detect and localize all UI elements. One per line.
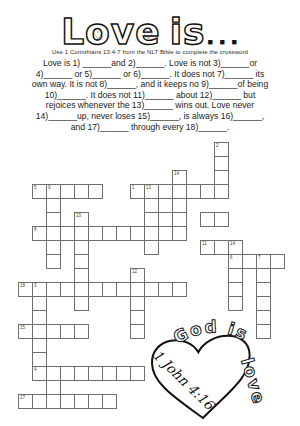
grid-cell[interactable] bbox=[172, 198, 187, 213]
grid-cell[interactable] bbox=[88, 366, 103, 381]
grid-cell[interactable]: 4 bbox=[32, 366, 47, 381]
grid-cell[interactable] bbox=[88, 394, 103, 409]
instruction-text: Use 1 Corinthians 13:4-7 from the NLT Bi… bbox=[0, 49, 300, 55]
grid-cell[interactable] bbox=[214, 170, 229, 185]
grid-cell[interactable] bbox=[74, 296, 89, 311]
grid-cell[interactable] bbox=[102, 226, 117, 241]
clue-number: 14 bbox=[174, 171, 179, 176]
grid-cell[interactable] bbox=[32, 394, 47, 409]
grid-cell[interactable] bbox=[130, 296, 145, 311]
clue-number: 4 bbox=[34, 367, 37, 372]
grid-cell[interactable] bbox=[60, 324, 75, 339]
grid-cell[interactable]: 11 bbox=[200, 240, 215, 255]
grid-cell[interactable] bbox=[102, 282, 117, 297]
grid-cell[interactable] bbox=[144, 212, 159, 227]
page-title: L o♡ v e♡ is ■ ■ ■ bbox=[0, 4, 300, 50]
grid-cell[interactable] bbox=[88, 226, 103, 241]
grid-cell[interactable] bbox=[144, 226, 159, 241]
love-side-text: love bbox=[237, 356, 269, 408]
grid-cell[interactable] bbox=[102, 394, 117, 409]
grid-cell[interactable] bbox=[32, 324, 47, 339]
grid-cell[interactable] bbox=[228, 268, 243, 283]
grid-cell[interactable] bbox=[116, 226, 131, 241]
clue-number: 6 bbox=[230, 255, 233, 260]
grid-cell[interactable] bbox=[46, 254, 61, 269]
grid-cell[interactable] bbox=[214, 184, 229, 199]
grid-cell[interactable]: 14 bbox=[228, 240, 243, 255]
grid-cell[interactable] bbox=[46, 394, 61, 409]
clue-number: 17 bbox=[20, 395, 25, 400]
grid-cell[interactable] bbox=[32, 352, 47, 367]
grid-cell[interactable] bbox=[116, 366, 131, 381]
grid-cell[interactable] bbox=[144, 198, 159, 213]
grid-cell[interactable] bbox=[214, 212, 229, 227]
grid-cell[interactable] bbox=[256, 282, 271, 297]
grid-cell[interactable] bbox=[46, 324, 61, 339]
verse-line: 14)______up, never loses 15)______, is a… bbox=[4, 111, 296, 122]
grid-cell[interactable]: 1 bbox=[130, 184, 145, 199]
grid-cell[interactable] bbox=[88, 282, 103, 297]
clue-number: 11 bbox=[202, 241, 207, 246]
grid-cell[interactable] bbox=[46, 240, 61, 255]
title-letter-L: L bbox=[61, 14, 85, 50]
grid-cell[interactable] bbox=[130, 282, 145, 297]
grid-cell[interactable] bbox=[158, 226, 173, 241]
grid-cell[interactable] bbox=[214, 156, 229, 171]
grid-cell[interactable] bbox=[74, 254, 89, 269]
heart-in-e-icon: ♡ bbox=[143, 29, 154, 41]
heart-graphic: God is love 1 John 4:16 bbox=[138, 316, 300, 426]
grid-cell[interactable] bbox=[74, 226, 89, 241]
grid-cell[interactable]: 13 bbox=[144, 184, 159, 199]
grid-cell[interactable]: 18 bbox=[18, 282, 33, 297]
clue-number: 2 bbox=[216, 143, 219, 148]
grid-cell[interactable] bbox=[74, 282, 89, 297]
grid-cell[interactable] bbox=[200, 212, 215, 227]
title-letter-v: v bbox=[111, 14, 135, 50]
grid-cell[interactable]: 10 bbox=[74, 212, 89, 227]
grid-cell[interactable] bbox=[74, 240, 89, 255]
grid-cell[interactable] bbox=[256, 296, 271, 311]
clue-number: 1 bbox=[132, 185, 135, 190]
grid-cell[interactable] bbox=[32, 310, 47, 325]
grid-cell[interactable]: 12 bbox=[130, 268, 145, 283]
verse-line: Love is 1) ______and 2)______. Love is n… bbox=[4, 58, 296, 69]
grid-cell[interactable]: 2 bbox=[214, 142, 229, 157]
verse-line: and 17)______ through every 18)______. bbox=[4, 122, 296, 133]
grid-cell[interactable] bbox=[242, 254, 257, 269]
grid-cell[interactable] bbox=[158, 184, 173, 199]
grid-cell[interactable] bbox=[102, 366, 117, 381]
grid-cell[interactable] bbox=[60, 226, 75, 241]
grid-cell[interactable] bbox=[158, 282, 173, 297]
heart-in-o-icon: ♡ bbox=[93, 29, 104, 41]
grid-cell[interactable] bbox=[74, 184, 89, 199]
verse-text: Love is 1) ______and 2)______. Love is n… bbox=[4, 58, 296, 132]
clue-number: 5 bbox=[34, 185, 37, 190]
verse-line: rejoices whenever the 13)______ wins out… bbox=[4, 100, 296, 111]
grid-cell[interactable] bbox=[32, 338, 47, 353]
clue-number: 8 bbox=[34, 227, 37, 232]
grid-cell[interactable] bbox=[74, 394, 89, 409]
grid-cell[interactable]: 8 bbox=[32, 226, 47, 241]
grid-cell[interactable] bbox=[256, 268, 271, 283]
grid-cell[interactable] bbox=[74, 366, 89, 381]
grid-cell[interactable] bbox=[130, 226, 145, 241]
title-letter-e: e♡ bbox=[135, 14, 160, 50]
grid-cell[interactable] bbox=[60, 184, 75, 199]
clue-number: 3 bbox=[34, 283, 37, 288]
grid-cell[interactable]: 3 bbox=[32, 282, 47, 297]
grid-cell[interactable] bbox=[172, 212, 187, 227]
grid-cell[interactable]: 6 bbox=[228, 254, 243, 269]
grid-cell[interactable] bbox=[200, 184, 215, 199]
grid-cell[interactable] bbox=[144, 240, 159, 255]
grid-cell[interactable]: 5 bbox=[32, 184, 47, 199]
clue-number: 18 bbox=[20, 283, 25, 288]
grid-cell[interactable]: 14 bbox=[172, 170, 187, 185]
grid-cell[interactable] bbox=[60, 394, 75, 409]
grid-cell[interactable] bbox=[88, 184, 103, 199]
grid-cell[interactable] bbox=[158, 212, 173, 227]
grid-cell[interactable] bbox=[46, 226, 61, 241]
grid-cell[interactable] bbox=[158, 198, 173, 213]
clue-number: 7 bbox=[258, 255, 261, 260]
verse-line: own way. It is not 8)______, and it keep… bbox=[4, 79, 296, 90]
grid-cell[interactable] bbox=[228, 282, 243, 297]
grid-cell[interactable] bbox=[74, 268, 89, 283]
grid-cell[interactable] bbox=[172, 184, 187, 199]
grid-cell[interactable] bbox=[186, 184, 201, 199]
grid-cell[interactable] bbox=[46, 282, 61, 297]
grid-cell[interactable] bbox=[270, 254, 285, 269]
grid-cell[interactable] bbox=[74, 324, 89, 339]
grid-cell[interactable] bbox=[228, 296, 243, 311]
grid-cell[interactable] bbox=[46, 212, 61, 227]
clue-number: 14 bbox=[230, 241, 235, 246]
grid-cell[interactable] bbox=[60, 366, 75, 381]
grid-cell[interactable] bbox=[60, 282, 75, 297]
grid-cell[interactable] bbox=[214, 240, 229, 255]
grid-cell[interactable]: 17 bbox=[18, 394, 33, 409]
clue-number: 10 bbox=[76, 213, 81, 218]
title-letter-o: o♡ bbox=[85, 14, 111, 50]
worksheet-page: { "game": "crossword", "title": {"l1":"L… bbox=[0, 0, 300, 426]
grid-cell[interactable] bbox=[46, 366, 61, 381]
clue-number: 12 bbox=[132, 269, 137, 274]
grid-cell[interactable] bbox=[32, 296, 47, 311]
clue-number: 15 bbox=[20, 325, 25, 330]
grid-cell[interactable]: 9 bbox=[46, 184, 61, 199]
verse-line: 10)______. It does not 11)______ about 1… bbox=[4, 90, 296, 101]
grid-cell[interactable] bbox=[144, 282, 159, 297]
heart-svg: God is love 1 John 4:16 bbox=[138, 316, 300, 426]
grid-cell[interactable]: 15 bbox=[18, 324, 33, 339]
grid-cell[interactable] bbox=[46, 198, 61, 213]
title-word-is: is bbox=[170, 14, 206, 50]
grid-cell[interactable] bbox=[172, 282, 187, 297]
grid-cell[interactable] bbox=[116, 282, 131, 297]
grid-cell[interactable] bbox=[172, 226, 187, 241]
clue-number: 13 bbox=[146, 185, 151, 190]
verse-line: 4)______ or 5)______ or 6)______. It doe… bbox=[4, 69, 296, 80]
grid-cell[interactable]: 7 bbox=[256, 254, 271, 269]
grid-cell[interactable] bbox=[46, 380, 61, 395]
clue-number: 9 bbox=[48, 185, 51, 190]
